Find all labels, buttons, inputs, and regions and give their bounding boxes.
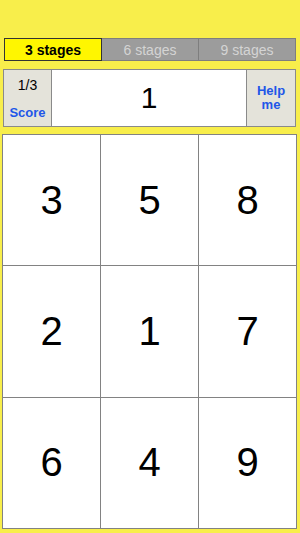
app-root: { "game": "touch-the-numbers (tap number…	[0, 0, 300, 533]
cell-number: 8	[236, 178, 258, 223]
cell-number: 2	[40, 309, 62, 354]
progress-box: 1/3 Score	[4, 70, 52, 126]
number-grid: 3 5 8 2 1 7 6 4 9	[2, 134, 297, 529]
cell-number: 7	[236, 309, 258, 354]
grid-cell-r3c3[interactable]: 9	[199, 398, 296, 528]
grid-cell-r2c3[interactable]: 7	[199, 266, 296, 396]
cell-number: 9	[236, 440, 258, 485]
tab-6-stages[interactable]: 6 stages	[101, 38, 199, 61]
tab-9-stages[interactable]: 9 stages	[198, 38, 296, 61]
cell-number: 3	[40, 178, 62, 223]
grid-cell-r2c1[interactable]: 2	[3, 266, 100, 396]
grid-cell-r1c2[interactable]: 5	[101, 135, 198, 265]
progress-text: 1/3	[18, 77, 37, 93]
help-box: Help me	[246, 70, 295, 126]
cell-number: 5	[138, 178, 160, 223]
stage-tab-bar: 3 stages 6 stages 9 stages	[4, 38, 296, 61]
grid-cell-r1c3[interactable]: 8	[199, 135, 296, 265]
current-number: 1	[141, 81, 158, 115]
current-number-display: 1	[52, 70, 246, 126]
cell-number: 4	[138, 440, 160, 485]
help-me-button[interactable]: Help me	[247, 84, 295, 113]
grid-cell-r3c2[interactable]: 4	[101, 398, 198, 528]
cell-number: 6	[40, 440, 62, 485]
tab-3-stages[interactable]: 3 stages	[4, 38, 102, 61]
status-panel: 1/3 Score 1 Help me	[3, 69, 296, 127]
grid-cell-r3c1[interactable]: 6	[3, 398, 100, 528]
grid-cell-r1c1[interactable]: 3	[3, 135, 100, 265]
cell-number: 1	[138, 309, 160, 354]
grid-cell-r2c2[interactable]: 1	[101, 266, 198, 396]
score-button[interactable]: Score	[9, 105, 45, 120]
